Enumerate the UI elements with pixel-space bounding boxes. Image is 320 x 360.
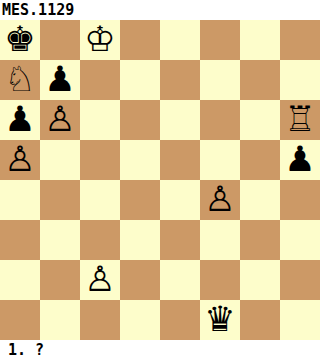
square-b3[interactable] bbox=[40, 220, 80, 260]
square-a7[interactable]: ♘ bbox=[0, 60, 40, 100]
square-d2[interactable] bbox=[120, 260, 160, 300]
square-g7[interactable] bbox=[240, 60, 280, 100]
square-g8[interactable] bbox=[240, 20, 280, 60]
square-a4[interactable] bbox=[0, 180, 40, 220]
square-g3[interactable] bbox=[240, 220, 280, 260]
puzzle-id: MES.1129 bbox=[0, 0, 320, 20]
square-a3[interactable] bbox=[0, 220, 40, 260]
square-f2[interactable] bbox=[200, 260, 240, 300]
square-f4[interactable]: ♙ bbox=[200, 180, 240, 220]
square-g5[interactable] bbox=[240, 140, 280, 180]
square-b1[interactable] bbox=[40, 300, 80, 340]
square-c3[interactable] bbox=[80, 220, 120, 260]
square-a1[interactable] bbox=[0, 300, 40, 340]
piece-white-rook: ♖ bbox=[284, 100, 315, 139]
square-h1[interactable] bbox=[280, 300, 320, 340]
square-h2[interactable] bbox=[280, 260, 320, 300]
square-b2[interactable] bbox=[40, 260, 80, 300]
square-b5[interactable] bbox=[40, 140, 80, 180]
square-h7[interactable] bbox=[280, 60, 320, 100]
square-c7[interactable] bbox=[80, 60, 120, 100]
square-e2[interactable] bbox=[160, 260, 200, 300]
square-e3[interactable] bbox=[160, 220, 200, 260]
piece-white-pawn: ♙ bbox=[84, 260, 115, 299]
square-d6[interactable] bbox=[120, 100, 160, 140]
square-h8[interactable] bbox=[280, 20, 320, 60]
piece-white-pawn: ♙ bbox=[4, 140, 35, 179]
square-e5[interactable] bbox=[160, 140, 200, 180]
piece-black-pawn: ♟ bbox=[44, 60, 75, 99]
square-b6[interactable]: ♙ bbox=[40, 100, 80, 140]
square-d3[interactable] bbox=[120, 220, 160, 260]
piece-white-pawn: ♙ bbox=[44, 100, 75, 139]
square-d1[interactable] bbox=[120, 300, 160, 340]
square-e6[interactable] bbox=[160, 100, 200, 140]
square-h5[interactable]: ♟ bbox=[280, 140, 320, 180]
square-c4[interactable] bbox=[80, 180, 120, 220]
square-d7[interactable] bbox=[120, 60, 160, 100]
square-a5[interactable]: ♙ bbox=[0, 140, 40, 180]
square-d8[interactable] bbox=[120, 20, 160, 60]
piece-black-king: ♚ bbox=[4, 20, 35, 59]
square-g1[interactable] bbox=[240, 300, 280, 340]
square-e4[interactable] bbox=[160, 180, 200, 220]
square-f3[interactable] bbox=[200, 220, 240, 260]
square-g6[interactable] bbox=[240, 100, 280, 140]
square-f6[interactable] bbox=[200, 100, 240, 140]
square-c6[interactable] bbox=[80, 100, 120, 140]
square-a2[interactable] bbox=[0, 260, 40, 300]
piece-white-king: ♔ bbox=[84, 20, 115, 59]
square-a6[interactable]: ♟ bbox=[0, 100, 40, 140]
square-f7[interactable] bbox=[200, 60, 240, 100]
square-d5[interactable] bbox=[120, 140, 160, 180]
square-f8[interactable] bbox=[200, 20, 240, 60]
square-h3[interactable] bbox=[280, 220, 320, 260]
chess-board: ♚♔♘♟♟♙♖♙♟♙♙♛ bbox=[0, 20, 320, 340]
square-f1[interactable]: ♛ bbox=[200, 300, 240, 340]
square-e7[interactable] bbox=[160, 60, 200, 100]
square-e8[interactable] bbox=[160, 20, 200, 60]
piece-black-pawn: ♟ bbox=[4, 100, 35, 139]
piece-white-knight: ♘ bbox=[4, 60, 35, 99]
square-h4[interactable] bbox=[280, 180, 320, 220]
square-a8[interactable]: ♚ bbox=[0, 20, 40, 60]
square-b8[interactable] bbox=[40, 20, 80, 60]
piece-white-pawn: ♙ bbox=[204, 180, 235, 219]
square-g2[interactable] bbox=[240, 260, 280, 300]
square-b4[interactable] bbox=[40, 180, 80, 220]
square-h6[interactable]: ♖ bbox=[280, 100, 320, 140]
square-g4[interactable] bbox=[240, 180, 280, 220]
square-f5[interactable] bbox=[200, 140, 240, 180]
move-prompt: 1. ? bbox=[0, 340, 320, 360]
square-c5[interactable] bbox=[80, 140, 120, 180]
square-c2[interactable]: ♙ bbox=[80, 260, 120, 300]
square-c8[interactable]: ♔ bbox=[80, 20, 120, 60]
piece-black-pawn: ♟ bbox=[284, 140, 315, 179]
puzzle-window: MES.1129 ♚♔♘♟♟♙♖♙♟♙♙♛ 1. ? bbox=[0, 0, 320, 360]
square-e1[interactable] bbox=[160, 300, 200, 340]
square-d4[interactable] bbox=[120, 180, 160, 220]
square-b7[interactable]: ♟ bbox=[40, 60, 80, 100]
square-c1[interactable] bbox=[80, 300, 120, 340]
piece-black-queen: ♛ bbox=[204, 300, 235, 339]
